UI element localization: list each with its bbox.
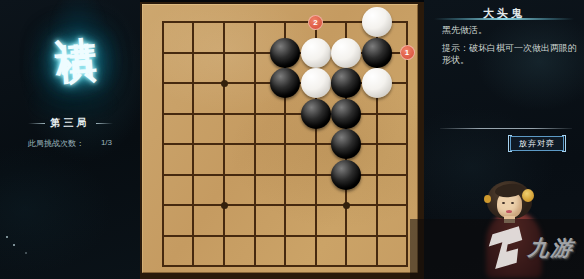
- portrait-lips: [506, 210, 512, 213]
- black-stone: [270, 38, 300, 68]
- dust-speck: [25, 252, 27, 254]
- divider-left: [28, 123, 45, 124]
- star-point: [221, 202, 228, 209]
- hair-flower-icon: [522, 189, 534, 202]
- puzzle-mode-panel: 诘棋 第三局 此局挑战次数： 1/3: [0, 0, 140, 279]
- board-grid[interactable]: 21: [162, 21, 408, 267]
- attempts-value: 1/3: [101, 138, 112, 149]
- watermark-brand-text: 九游: [527, 234, 576, 262]
- black-stone: [301, 99, 331, 129]
- attempts-label: 此局挑战次数：: [28, 138, 84, 149]
- move-marker-1: 1: [400, 45, 415, 60]
- black-stone: [331, 129, 361, 159]
- portrait-eye: [502, 202, 505, 204]
- give-up-button[interactable]: 放弃对弈: [510, 136, 564, 151]
- attempts-row: 此局挑战次数： 1/3: [28, 138, 112, 149]
- black-stone: [331, 99, 361, 129]
- portrait-eye: [511, 202, 514, 204]
- puzzle-objective: 黑先做活。: [442, 24, 487, 37]
- black-stone: [362, 38, 392, 68]
- round-label: 第三局: [51, 116, 90, 130]
- go-board[interactable]: 21: [140, 2, 424, 279]
- white-stone: [301, 38, 331, 68]
- white-stone: [362, 68, 392, 98]
- star-point: [343, 202, 350, 209]
- watermark-band: 九游: [410, 219, 584, 279]
- white-stone: [362, 7, 392, 37]
- star-point: [221, 80, 228, 87]
- title-divider: [434, 18, 574, 20]
- section-divider: [440, 128, 572, 129]
- dust-speck: [13, 244, 15, 246]
- ninegame-g-icon: [482, 223, 527, 273]
- puzzle-hint: 提示：破坏白棋可一次做出两眼的形状。: [442, 42, 578, 66]
- round-row: 第三局: [0, 116, 140, 130]
- watermark-logo: 九游: [484, 225, 574, 271]
- white-stone: [301, 68, 331, 98]
- divider-right: [96, 123, 113, 124]
- game-screen: 诘棋 第三局 此局挑战次数： 1/3 21 大头鬼 黑先做活。 提示：破坏白棋可…: [0, 0, 584, 279]
- black-stone: [331, 160, 361, 190]
- black-stone: [331, 68, 361, 98]
- move-marker-2: 2: [308, 15, 323, 30]
- white-stone: [331, 38, 361, 68]
- dust-speck: [6, 236, 8, 238]
- hair-flower-icon: [484, 195, 491, 203]
- black-stone: [270, 68, 300, 98]
